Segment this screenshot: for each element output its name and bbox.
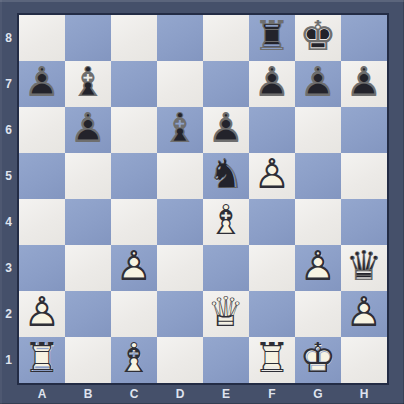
square-c5[interactable] [111, 153, 157, 199]
piece-white-bishop: ♝♗ [111, 337, 157, 383]
square-b7[interactable]: ♝♗ [65, 61, 111, 107]
square-c2[interactable] [111, 291, 157, 337]
piece-black-pawn: ♟♙ [249, 61, 295, 107]
square-h1[interactable] [341, 337, 387, 383]
square-g5[interactable] [295, 153, 341, 199]
piece-white-pawn: ♟♙ [341, 291, 387, 337]
square-f5[interactable]: ♟♙ [249, 153, 295, 199]
square-b4[interactable] [65, 199, 111, 245]
square-e7[interactable] [203, 61, 249, 107]
chess-board: ♜♖♚♔♟♙♝♗♟♙♟♙♟♙♟♙♝♗♟♙♞♘♟♙♝♗♟♙♟♙♛♕♟♙♛♕♟♙♜♖… [17, 13, 389, 385]
square-c1[interactable]: ♝♗ [111, 337, 157, 383]
square-d2[interactable] [157, 291, 203, 337]
rank-label-4: 4 [0, 199, 17, 245]
piece-white-pawn: ♟♙ [111, 245, 157, 291]
square-h2[interactable]: ♟♙ [341, 291, 387, 337]
square-f3[interactable] [249, 245, 295, 291]
rank-label-1: 1 [0, 337, 17, 383]
file-label-c: C [111, 386, 157, 404]
square-e3[interactable] [203, 245, 249, 291]
file-label-e: E [203, 386, 249, 404]
piece-white-rook: ♜♖ [249, 337, 295, 383]
piece-white-queen: ♛♕ [203, 291, 249, 337]
square-a7[interactable]: ♟♙ [19, 61, 65, 107]
piece-white-pawn: ♟♙ [295, 245, 341, 291]
piece-black-pawn: ♟♙ [65, 107, 111, 153]
piece-black-pawn: ♟♙ [295, 61, 341, 107]
piece-white-rook: ♜♖ [19, 337, 65, 383]
piece-black-bishop: ♝♗ [65, 61, 111, 107]
square-a5[interactable] [19, 153, 65, 199]
square-c6[interactable] [111, 107, 157, 153]
file-label-a: A [19, 386, 65, 404]
square-g6[interactable] [295, 107, 341, 153]
square-b2[interactable] [65, 291, 111, 337]
square-d1[interactable] [157, 337, 203, 383]
file-label-d: D [157, 386, 203, 404]
square-g2[interactable] [295, 291, 341, 337]
square-a6[interactable] [19, 107, 65, 153]
square-h6[interactable] [341, 107, 387, 153]
square-c8[interactable] [111, 15, 157, 61]
piece-black-queen: ♛♕ [341, 245, 387, 291]
square-h5[interactable] [341, 153, 387, 199]
file-label-g: G [295, 386, 341, 404]
piece-white-pawn: ♟♙ [19, 291, 65, 337]
square-d7[interactable] [157, 61, 203, 107]
rank-label-8: 8 [0, 15, 17, 61]
square-d8[interactable] [157, 15, 203, 61]
square-h4[interactable] [341, 199, 387, 245]
square-d5[interactable] [157, 153, 203, 199]
square-h7[interactable]: ♟♙ [341, 61, 387, 107]
square-c4[interactable] [111, 199, 157, 245]
square-d6[interactable]: ♝♗ [157, 107, 203, 153]
file-label-f: F [249, 386, 295, 404]
square-b8[interactable] [65, 15, 111, 61]
file-label-h: H [341, 386, 387, 404]
square-a2[interactable]: ♟♙ [19, 291, 65, 337]
square-e2[interactable]: ♛♕ [203, 291, 249, 337]
square-c3[interactable]: ♟♙ [111, 245, 157, 291]
square-d3[interactable] [157, 245, 203, 291]
piece-black-king: ♚♔ [295, 15, 341, 61]
rank-label-5: 5 [0, 153, 17, 199]
square-b3[interactable] [65, 245, 111, 291]
square-h3[interactable]: ♛♕ [341, 245, 387, 291]
square-g7[interactable]: ♟♙ [295, 61, 341, 107]
square-a1[interactable]: ♜♖ [19, 337, 65, 383]
rank-label-2: 2 [0, 291, 17, 337]
square-g4[interactable] [295, 199, 341, 245]
square-e8[interactable] [203, 15, 249, 61]
piece-black-knight: ♞♘ [203, 153, 249, 199]
file-label-b: B [65, 386, 111, 404]
square-c7[interactable] [111, 61, 157, 107]
square-e1[interactable] [203, 337, 249, 383]
square-f1[interactable]: ♜♖ [249, 337, 295, 383]
piece-black-pawn: ♟♙ [19, 61, 65, 107]
piece-white-king: ♚♔ [295, 337, 341, 383]
square-a3[interactable] [19, 245, 65, 291]
piece-white-pawn: ♟♙ [249, 153, 295, 199]
square-a8[interactable] [19, 15, 65, 61]
square-g3[interactable]: ♟♙ [295, 245, 341, 291]
square-e4[interactable]: ♝♗ [203, 199, 249, 245]
piece-black-rook: ♜♖ [249, 15, 295, 61]
rank-label-6: 6 [0, 107, 17, 153]
square-a4[interactable] [19, 199, 65, 245]
rank-label-7: 7 [0, 61, 17, 107]
square-g1[interactable]: ♚♔ [295, 337, 341, 383]
square-f7[interactable]: ♟♙ [249, 61, 295, 107]
square-b1[interactable] [65, 337, 111, 383]
chess-board-frame: ♜♖♚♔♟♙♝♗♟♙♟♙♟♙♟♙♝♗♟♙♞♘♟♙♝♗♟♙♟♙♛♕♟♙♛♕♟♙♜♖… [0, 0, 404, 404]
piece-white-bishop: ♝♗ [203, 199, 249, 245]
piece-black-pawn: ♟♙ [203, 107, 249, 153]
square-f6[interactable] [249, 107, 295, 153]
square-e5[interactable]: ♞♘ [203, 153, 249, 199]
square-h8[interactable] [341, 15, 387, 61]
piece-black-pawn: ♟♙ [341, 61, 387, 107]
piece-black-bishop: ♝♗ [157, 107, 203, 153]
square-b5[interactable] [65, 153, 111, 199]
square-b6[interactable]: ♟♙ [65, 107, 111, 153]
square-f8[interactable]: ♜♖ [249, 15, 295, 61]
rank-label-3: 3 [0, 245, 17, 291]
square-f2[interactable] [249, 291, 295, 337]
square-d4[interactable] [157, 199, 203, 245]
square-e6[interactable]: ♟♙ [203, 107, 249, 153]
square-f4[interactable] [249, 199, 295, 245]
square-g8[interactable]: ♚♔ [295, 15, 341, 61]
